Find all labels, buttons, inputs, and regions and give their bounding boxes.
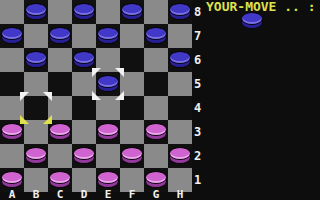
piece-face [49,27,71,40]
piece-face [49,171,71,184]
square-D8[interactable] [72,0,96,24]
square-B6[interactable] [24,48,48,72]
file-label-H: H [168,190,192,200]
piece-face [1,27,23,40]
checker-piece-magenta[interactable] [97,171,119,188]
piece-face [169,3,191,16]
rank-label-5: 5 [193,72,207,96]
file-label-D: D [72,190,96,200]
square-H2[interactable] [168,144,192,168]
rank-label-7: 7 [193,24,207,48]
file-label-B: B [24,190,48,200]
square-E2[interactable] [96,144,120,168]
square-E5[interactable] [96,72,120,96]
piece-face [241,12,263,25]
checker-piece-blue[interactable] [169,51,191,68]
checkers-board [0,0,192,192]
square-C8[interactable] [48,0,72,24]
square-B8[interactable] [24,0,48,24]
piece-face [73,51,95,64]
rank-label-8: 8 [193,0,207,24]
checker-piece-blue[interactable] [169,3,191,20]
piece-face [1,171,23,184]
file-label-C: C [48,190,72,200]
piece-face [169,51,191,64]
piece-face [25,51,47,64]
square-H3[interactable] [168,120,192,144]
square-G5[interactable] [144,72,168,96]
square-C6[interactable] [48,48,72,72]
piece-face [97,27,119,40]
checker-piece-blue[interactable] [145,27,167,44]
checker-piece-blue[interactable] [49,27,71,44]
square-F8[interactable] [120,0,144,24]
checker-piece-magenta[interactable] [49,171,71,188]
checker-piece-magenta[interactable] [145,171,167,188]
rank-label-1: 1 [193,168,207,192]
square-G3[interactable] [144,120,168,144]
piece-face [145,171,167,184]
square-E8[interactable] [96,0,120,24]
square-H6[interactable] [168,48,192,72]
square-D3[interactable] [72,120,96,144]
checker-piece-magenta[interactable] [1,171,23,188]
square-E7[interactable] [96,24,120,48]
square-F2[interactable] [120,144,144,168]
square-B4[interactable] [24,96,48,120]
checker-piece-blue[interactable] [73,51,95,68]
square-B7[interactable] [24,24,48,48]
checker-piece-blue[interactable] [1,27,23,44]
checker-piece-blue[interactable] [25,3,47,20]
square-G2[interactable] [144,144,168,168]
checker-piece-blue[interactable] [73,3,95,20]
checker-piece-magenta[interactable] [121,147,143,164]
file-label-F: F [120,190,144,200]
square-A8[interactable] [0,0,24,24]
square-E3[interactable] [96,120,120,144]
piece-face [25,3,47,16]
checker-piece-magenta[interactable] [97,123,119,140]
square-D7[interactable] [72,24,96,48]
checker-piece-blue[interactable] [97,27,119,44]
piece-face [49,123,71,136]
checker-piece-blue[interactable] [25,51,47,68]
square-A7[interactable] [0,24,24,48]
game-screen: 87654321 ABCDEFGH YOUR-MOVE .. : [0,0,320,200]
checker-piece-magenta[interactable] [169,147,191,164]
rank-label-4: 4 [193,96,207,120]
square-G6[interactable] [144,48,168,72]
piece-face [1,123,23,136]
file-label-G: G [144,190,168,200]
file-label-E: E [96,190,120,200]
piece-face [97,75,119,88]
checker-piece-magenta[interactable] [73,147,95,164]
piece-face [145,123,167,136]
square-G7[interactable] [144,24,168,48]
checker-piece-blue[interactable] [97,75,119,92]
piece-face [121,147,143,160]
piece-face [97,123,119,136]
square-C2[interactable] [48,144,72,168]
checker-piece-magenta[interactable] [49,123,71,140]
checker-piece-magenta[interactable] [145,123,167,140]
piece-face [121,3,143,16]
square-F7[interactable] [120,24,144,48]
rank-label-6: 6 [193,48,207,72]
square-C7[interactable] [48,24,72,48]
piece-face [169,147,191,160]
piece-face [97,171,119,184]
column-labels: ABCDEFGH [0,190,192,200]
square-D2[interactable] [72,144,96,168]
piece-face [145,27,167,40]
checker-piece-blue[interactable] [121,3,143,20]
square-H4[interactable] [168,96,192,120]
piece-face [73,3,95,16]
square-G8[interactable] [144,0,168,24]
square-A6[interactable] [0,48,24,72]
checker-piece-magenta[interactable] [1,123,23,140]
checker-piece-magenta[interactable] [25,147,47,164]
turn-indicator-piece [241,12,263,29]
rank-label-2: 2 [193,144,207,168]
piece-face [73,147,95,160]
rank-label-3: 3 [193,120,207,144]
square-G4[interactable] [144,96,168,120]
row-labels: 87654321 [193,0,207,192]
square-H8[interactable] [168,0,192,24]
file-label-A: A [0,190,24,200]
square-B2[interactable] [24,144,48,168]
square-H7[interactable] [168,24,192,48]
square-F3[interactable] [120,120,144,144]
piece-face [25,147,47,160]
square-A2[interactable] [0,144,24,168]
square-H5[interactable] [168,72,192,96]
